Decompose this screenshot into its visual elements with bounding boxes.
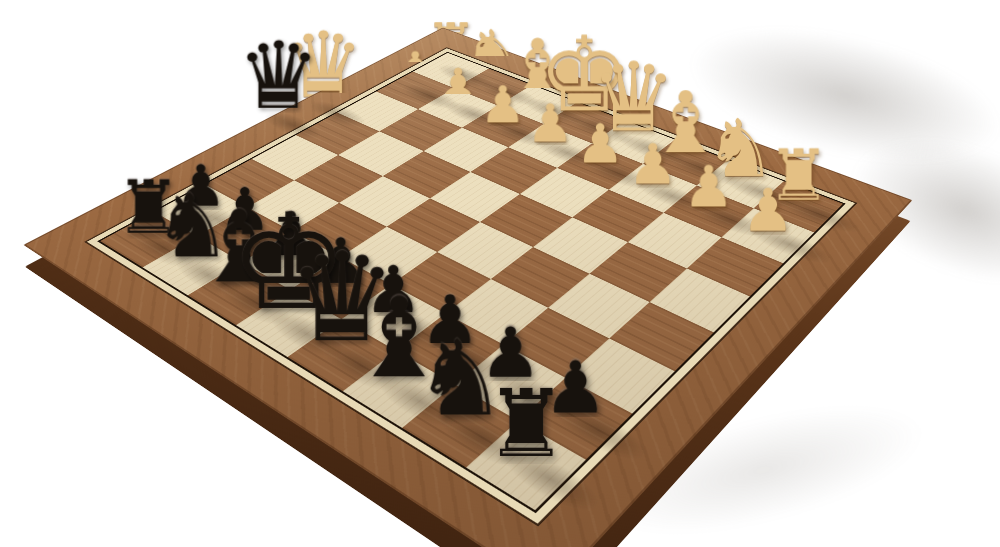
black-rook-a8: ♜ [455, 281, 597, 470]
chess-set-product-photo: ♛♛♜♞♝♛♚♝♞♜♟♟♟♟♟♟♟♟♟♟♟♟♟♟♟♟♜♞♝♚♛♝♞♜ [0, 0, 1000, 547]
white-pawn-a2: ♟ [712, 92, 824, 240]
chess-board: ♛♛♜♞♝♛♚♝♞♜♟♟♟♟♟♟♟♟♟♟♟♟♟♟♟♟♜♞♝♚♛♝♞♜ [23, 27, 912, 547]
board-3d-wrapper: ♛♛♜♞♝♛♚♝♞♜♟♟♟♟♟♟♟♟♟♟♟♟♟♟♟♟♜♞♝♚♛♝♞♜ [164, 0, 796, 538]
